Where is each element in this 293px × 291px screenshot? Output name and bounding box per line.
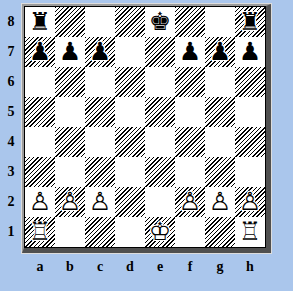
board-area: 8 7 6 5 4 3 2 1 ♜♜♚♚♜♜♟♟♟♟♟♟♟♟♟♟♟♟♟♙♟♙♟♙…	[0, 0, 293, 253]
piece-glyph-outline: ♜	[235, 7, 265, 37]
file-label-h: h	[235, 258, 265, 276]
rank-label-7: 7	[0, 37, 22, 67]
piece-white-pawn[interactable]: ♟♙	[205, 187, 235, 217]
piece-black-pawn[interactable]: ♟♟	[235, 37, 265, 67]
piece-white-king[interactable]: ♚♔	[145, 217, 175, 247]
square-c4[interactable]	[85, 127, 115, 157]
square-g6[interactable]	[205, 67, 235, 97]
piece-glyph-outline: ♟	[175, 37, 205, 67]
square-a4[interactable]	[25, 127, 55, 157]
square-f4[interactable]	[175, 127, 205, 157]
rank-label-8: 8	[0, 7, 22, 37]
square-b4[interactable]	[55, 127, 85, 157]
square-g3[interactable]	[205, 157, 235, 187]
square-h3[interactable]	[235, 157, 265, 187]
piece-glyph-outline: ♔	[145, 217, 175, 247]
square-e7[interactable]	[145, 37, 175, 67]
square-d7[interactable]	[115, 37, 145, 67]
piece-glyph-outline: ♟	[55, 37, 85, 67]
piece-glyph-outline: ♜	[25, 7, 55, 37]
piece-white-rook[interactable]: ♜♖	[25, 217, 55, 247]
square-h4[interactable]	[235, 127, 265, 157]
square-h2[interactable]: ♟♙	[235, 187, 265, 217]
square-c7[interactable]: ♟♟	[85, 37, 115, 67]
square-d8[interactable]	[115, 7, 145, 37]
square-g7[interactable]: ♟♟	[205, 37, 235, 67]
square-f8[interactable]	[175, 7, 205, 37]
file-labels: a b c d e f g h	[25, 258, 265, 276]
square-c3[interactable]	[85, 157, 115, 187]
piece-glyph-outline: ♖	[25, 217, 55, 247]
square-e4[interactable]	[145, 127, 175, 157]
piece-black-rook[interactable]: ♜♜	[25, 7, 55, 37]
square-g2[interactable]: ♟♙	[205, 187, 235, 217]
file-label-g: g	[205, 258, 235, 276]
piece-black-pawn[interactable]: ♟♟	[205, 37, 235, 67]
piece-black-rook[interactable]: ♜♜	[235, 7, 265, 37]
square-c8[interactable]	[85, 7, 115, 37]
square-b5[interactable]	[55, 97, 85, 127]
square-e3[interactable]	[145, 157, 175, 187]
square-f2[interactable]: ♟♙	[175, 187, 205, 217]
board-frame: ♜♜♚♚♜♜♟♟♟♟♟♟♟♟♟♟♟♟♟♙♟♙♟♙♟♙♟♙♟♙♜♖♚♔♜♖	[22, 4, 271, 253]
rank-label-2: 2	[0, 187, 22, 217]
square-b7[interactable]: ♟♟	[55, 37, 85, 67]
square-e2[interactable]	[145, 187, 175, 217]
rank-label-6: 6	[0, 67, 22, 97]
square-a7[interactable]: ♟♟	[25, 37, 55, 67]
piece-glyph-outline: ♙	[55, 187, 85, 217]
square-f3[interactable]	[175, 157, 205, 187]
square-c2[interactable]: ♟♙	[85, 187, 115, 217]
piece-white-rook[interactable]: ♜♖	[235, 217, 265, 247]
rank-label-3: 3	[0, 157, 22, 187]
square-h8[interactable]: ♜♜	[235, 7, 265, 37]
piece-black-pawn[interactable]: ♟♟	[175, 37, 205, 67]
piece-glyph-outline: ♟	[235, 37, 265, 67]
file-label-d: d	[115, 258, 145, 276]
square-b8[interactable]	[55, 7, 85, 37]
square-b2[interactable]: ♟♙	[55, 187, 85, 217]
piece-glyph-outline: ♟	[205, 37, 235, 67]
square-d2[interactable]	[115, 187, 145, 217]
file-label-f: f	[175, 258, 205, 276]
square-f1[interactable]	[175, 217, 205, 247]
piece-glyph-outline: ♙	[205, 187, 235, 217]
square-c5[interactable]	[85, 97, 115, 127]
piece-white-pawn[interactable]: ♟♙	[235, 187, 265, 217]
piece-glyph-outline: ♟	[25, 37, 55, 67]
piece-glyph-outline: ♙	[85, 187, 115, 217]
file-label-b: b	[55, 258, 85, 276]
square-e5[interactable]	[145, 97, 175, 127]
square-e1[interactable]: ♚♔	[145, 217, 175, 247]
square-g5[interactable]	[205, 97, 235, 127]
piece-glyph-outline: ♙	[175, 187, 205, 217]
square-d5[interactable]	[115, 97, 145, 127]
square-h6[interactable]	[235, 67, 265, 97]
file-label-a: a	[25, 258, 55, 276]
rank-labels: 8 7 6 5 4 3 2 1	[0, 4, 22, 253]
piece-black-pawn[interactable]: ♟♟	[85, 37, 115, 67]
piece-white-pawn[interactable]: ♟♙	[175, 187, 205, 217]
piece-white-pawn[interactable]: ♟♙	[25, 187, 55, 217]
file-label-e: e	[145, 258, 175, 276]
piece-white-pawn[interactable]: ♟♙	[55, 187, 85, 217]
square-e6[interactable]	[145, 67, 175, 97]
piece-white-pawn[interactable]: ♟♙	[85, 187, 115, 217]
square-h5[interactable]	[235, 97, 265, 127]
square-g4[interactable]	[205, 127, 235, 157]
chess-diagram: 8 7 6 5 4 3 2 1 ♜♜♚♚♜♜♟♟♟♟♟♟♟♟♟♟♟♟♟♙♟♙♟♙…	[0, 0, 293, 291]
square-a2[interactable]: ♟♙	[25, 187, 55, 217]
piece-black-king[interactable]: ♚♚	[145, 7, 175, 37]
square-g1[interactable]	[205, 217, 235, 247]
square-b6[interactable]	[55, 67, 85, 97]
square-d3[interactable]	[115, 157, 145, 187]
square-a3[interactable]	[25, 157, 55, 187]
square-a6[interactable]	[25, 67, 55, 97]
square-b1[interactable]	[55, 217, 85, 247]
chess-board: ♜♜♚♚♜♜♟♟♟♟♟♟♟♟♟♟♟♟♟♙♟♙♟♙♟♙♟♙♟♙♜♖♚♔♜♖	[24, 6, 266, 248]
piece-glyph-outline: ♙	[235, 187, 265, 217]
square-f5[interactable]	[175, 97, 205, 127]
square-d4[interactable]	[115, 127, 145, 157]
square-e8[interactable]: ♚♚	[145, 7, 175, 37]
piece-black-pawn[interactable]: ♟♟	[25, 37, 55, 67]
piece-glyph-outline: ♚	[145, 7, 175, 37]
square-f7[interactable]: ♟♟	[175, 37, 205, 67]
rank-label-1: 1	[0, 217, 22, 247]
square-a5[interactable]	[25, 97, 55, 127]
rank-label-5: 5	[0, 97, 22, 127]
square-d1[interactable]	[115, 217, 145, 247]
square-c6[interactable]	[85, 67, 115, 97]
square-b3[interactable]	[55, 157, 85, 187]
square-a1[interactable]: ♜♖	[25, 217, 55, 247]
file-label-c: c	[85, 258, 115, 276]
rank-label-4: 4	[0, 127, 22, 157]
square-d6[interactable]	[115, 67, 145, 97]
piece-glyph-outline: ♖	[235, 217, 265, 247]
piece-black-pawn[interactable]: ♟♟	[55, 37, 85, 67]
square-f6[interactable]	[175, 67, 205, 97]
square-h1[interactable]: ♜♖	[235, 217, 265, 247]
square-a8[interactable]: ♜♜	[25, 7, 55, 37]
square-h7[interactable]: ♟♟	[235, 37, 265, 67]
piece-glyph-outline: ♙	[25, 187, 55, 217]
piece-glyph-outline: ♟	[85, 37, 115, 67]
square-g8[interactable]	[205, 7, 235, 37]
square-c1[interactable]	[85, 217, 115, 247]
